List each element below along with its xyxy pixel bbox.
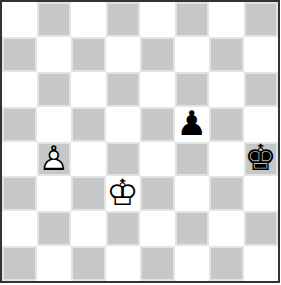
square-f1[interactable] [175, 246, 210, 281]
square-f2[interactable] [175, 211, 210, 246]
square-d8[interactable] [106, 2, 141, 37]
white-king-icon: ♔ [107, 174, 139, 210]
square-d2[interactable] [106, 211, 141, 246]
square-d3[interactable]: ♚♔ [106, 176, 141, 211]
square-f8[interactable] [175, 2, 210, 37]
square-c2[interactable] [71, 211, 106, 246]
square-e6[interactable] [140, 72, 175, 107]
square-e2[interactable] [140, 211, 175, 246]
square-a5[interactable] [2, 107, 37, 142]
square-f6[interactable] [175, 72, 210, 107]
square-h6[interactable] [244, 72, 279, 107]
square-c5[interactable] [71, 107, 106, 142]
square-a4[interactable] [2, 142, 37, 177]
white-pawn-icon: ♙ [39, 141, 69, 175]
square-e5[interactable] [140, 107, 175, 142]
black-king-icon: ♚ [245, 139, 277, 175]
square-c6[interactable] [71, 72, 106, 107]
square-g1[interactable] [209, 246, 244, 281]
square-d1[interactable] [106, 246, 141, 281]
square-b7[interactable] [37, 37, 72, 72]
square-g7[interactable] [209, 37, 244, 72]
square-b2[interactable] [37, 211, 72, 246]
square-f5[interactable]: ♟ [175, 107, 210, 142]
square-f7[interactable] [175, 37, 210, 72]
square-a8[interactable] [2, 2, 37, 37]
square-e4[interactable] [140, 142, 175, 177]
square-a6[interactable] [2, 72, 37, 107]
square-f4[interactable] [175, 142, 210, 177]
square-c1[interactable] [71, 246, 106, 281]
square-h7[interactable] [244, 37, 279, 72]
square-e8[interactable] [140, 2, 175, 37]
square-c4[interactable] [71, 142, 106, 177]
black-pawn-icon: ♟ [177, 106, 207, 140]
black-king[interactable]: ♚ [244, 142, 279, 177]
square-g2[interactable] [209, 211, 244, 246]
square-e7[interactable] [140, 37, 175, 72]
square-d5[interactable] [106, 107, 141, 142]
square-e1[interactable] [140, 246, 175, 281]
square-g6[interactable] [209, 72, 244, 107]
chess-board: ♟♟♙♚♚♔ [0, 0, 280, 283]
board-grid: ♟♟♙♚♚♔ [2, 2, 278, 281]
square-g8[interactable] [209, 2, 244, 37]
square-h2[interactable] [244, 211, 279, 246]
square-a2[interactable] [2, 211, 37, 246]
square-h1[interactable] [244, 246, 279, 281]
square-b6[interactable] [37, 72, 72, 107]
square-e3[interactable] [140, 176, 175, 211]
square-f3[interactable] [175, 176, 210, 211]
white-king[interactable]: ♚♔ [106, 176, 141, 211]
square-c3[interactable] [71, 176, 106, 211]
square-a7[interactable] [2, 37, 37, 72]
square-b1[interactable] [37, 246, 72, 281]
square-b3[interactable] [37, 176, 72, 211]
chess-diagram-page: ♟♟♙♚♚♔ [0, 0, 281, 285]
square-d6[interactable] [106, 72, 141, 107]
square-d7[interactable] [106, 37, 141, 72]
square-b5[interactable] [37, 107, 72, 142]
square-c7[interactable] [71, 37, 106, 72]
square-h4[interactable]: ♚ [244, 142, 279, 177]
square-b4[interactable]: ♟♙ [37, 142, 72, 177]
square-h3[interactable] [244, 176, 279, 211]
black-pawn[interactable]: ♟ [175, 107, 210, 142]
square-b8[interactable] [37, 2, 72, 37]
square-a1[interactable] [2, 246, 37, 281]
square-c8[interactable] [71, 2, 106, 37]
square-g5[interactable] [209, 107, 244, 142]
square-g4[interactable] [209, 142, 244, 177]
white-pawn[interactable]: ♟♙ [37, 142, 72, 177]
square-a3[interactable] [2, 176, 37, 211]
square-g3[interactable] [209, 176, 244, 211]
square-h8[interactable] [244, 2, 279, 37]
